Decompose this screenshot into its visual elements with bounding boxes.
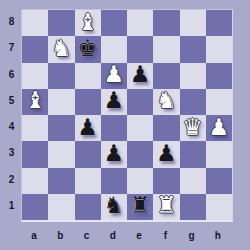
square-e7[interactable] [127,36,153,62]
chess-diagram: 87654321 ♝♞♚♟♟♝♟♞♟♛♟♟♟♞♜♜ abcdefgh [0,0,250,250]
square-g6[interactable] [180,63,206,89]
piece-black-king-c7[interactable]: ♚ [77,37,98,60]
square-h3[interactable] [206,141,232,167]
rank-label-1: 1 [4,193,19,219]
square-f1[interactable]: ♜ [153,194,179,220]
square-a8[interactable] [22,10,48,36]
rank-label-2: 2 [4,167,19,193]
piece-black-rook-e1[interactable]: ♜ [130,194,151,217]
file-label-d: d [100,229,126,243]
square-a4[interactable] [22,115,48,141]
file-label-c: c [74,229,100,243]
square-b4[interactable] [48,115,74,141]
file-label-a: a [21,229,47,243]
square-c6[interactable] [75,63,101,89]
square-a5[interactable]: ♝ [22,89,48,115]
square-g2[interactable] [180,168,206,194]
piece-white-knight-b7[interactable]: ♞ [51,37,72,60]
square-f6[interactable] [153,63,179,89]
piece-black-pawn-d3[interactable]: ♟ [104,142,125,165]
rank-label-8: 8 [4,9,19,35]
square-a3[interactable] [22,141,48,167]
square-e3[interactable] [127,141,153,167]
square-d3[interactable]: ♟ [101,141,127,167]
square-c1[interactable] [75,194,101,220]
square-h1[interactable] [206,194,232,220]
file-label-h: h [205,229,231,243]
square-f3[interactable]: ♟ [153,141,179,167]
piece-white-pawn-d6[interactable]: ♟ [104,63,125,86]
square-d8[interactable] [101,10,127,36]
square-a1[interactable] [22,194,48,220]
rank-labels: 87654321 [4,9,19,219]
square-d4[interactable] [101,115,127,141]
square-h2[interactable] [206,168,232,194]
file-label-g: g [179,229,205,243]
square-g8[interactable] [180,10,206,36]
rank-label-7: 7 [4,35,19,61]
piece-black-pawn-f3[interactable]: ♟ [156,142,177,165]
piece-black-knight-d1[interactable]: ♞ [104,194,125,217]
piece-black-pawn-c4[interactable]: ♟ [77,116,98,139]
square-c4[interactable]: ♟ [75,115,101,141]
square-e8[interactable] [127,10,153,36]
file-label-e: e [126,229,152,243]
square-e1[interactable]: ♜ [127,194,153,220]
square-h6[interactable] [206,63,232,89]
square-c3[interactable] [75,141,101,167]
square-g7[interactable] [180,36,206,62]
square-d6[interactable]: ♟ [101,63,127,89]
square-b1[interactable] [48,194,74,220]
square-b7[interactable]: ♞ [48,36,74,62]
piece-white-knight-f5[interactable]: ♞ [156,89,177,112]
file-labels: abcdefgh [21,229,231,243]
piece-white-queen-g4[interactable]: ♛ [182,116,203,139]
square-c5[interactable] [75,89,101,115]
square-d5[interactable]: ♟ [101,89,127,115]
square-h4[interactable]: ♟ [206,115,232,141]
piece-black-pawn-d5[interactable]: ♟ [104,89,125,112]
square-b6[interactable] [48,63,74,89]
square-b8[interactable] [48,10,74,36]
square-e4[interactable] [127,115,153,141]
square-g1[interactable] [180,194,206,220]
piece-white-pawn-h4[interactable]: ♟ [209,116,230,139]
square-c2[interactable] [75,168,101,194]
square-f5[interactable]: ♞ [153,89,179,115]
piece-white-bishop-c8[interactable]: ♝ [77,11,98,34]
square-a7[interactable] [22,36,48,62]
square-a6[interactable] [22,63,48,89]
piece-white-rook-f1[interactable]: ♜ [156,194,177,217]
square-d2[interactable] [101,168,127,194]
square-b5[interactable] [48,89,74,115]
square-g4[interactable]: ♛ [180,115,206,141]
rank-label-4: 4 [4,114,19,140]
square-f7[interactable] [153,36,179,62]
file-label-f: f [152,229,178,243]
square-b3[interactable] [48,141,74,167]
square-e6[interactable]: ♟ [127,63,153,89]
square-a2[interactable] [22,168,48,194]
square-e2[interactable] [127,168,153,194]
square-d1[interactable]: ♞ [101,194,127,220]
square-h7[interactable] [206,36,232,62]
file-label-b: b [47,229,73,243]
chess-board: ♝♞♚♟♟♝♟♞♟♛♟♟♟♞♜♜ [21,9,233,222]
square-c7[interactable]: ♚ [75,36,101,62]
square-f8[interactable] [153,10,179,36]
rank-label-5: 5 [4,88,19,114]
square-h8[interactable] [206,10,232,36]
square-g5[interactable] [180,89,206,115]
piece-white-bishop-a5[interactable]: ♝ [25,89,46,112]
square-c8[interactable]: ♝ [75,10,101,36]
rank-label-3: 3 [4,140,19,166]
square-f4[interactable] [153,115,179,141]
piece-black-pawn-e6[interactable]: ♟ [130,63,151,86]
square-g3[interactable] [180,141,206,167]
square-e5[interactable] [127,89,153,115]
rank-label-6: 6 [4,62,19,88]
square-b2[interactable] [48,168,74,194]
square-f2[interactable] [153,168,179,194]
square-d7[interactable] [101,36,127,62]
square-h5[interactable] [206,89,232,115]
